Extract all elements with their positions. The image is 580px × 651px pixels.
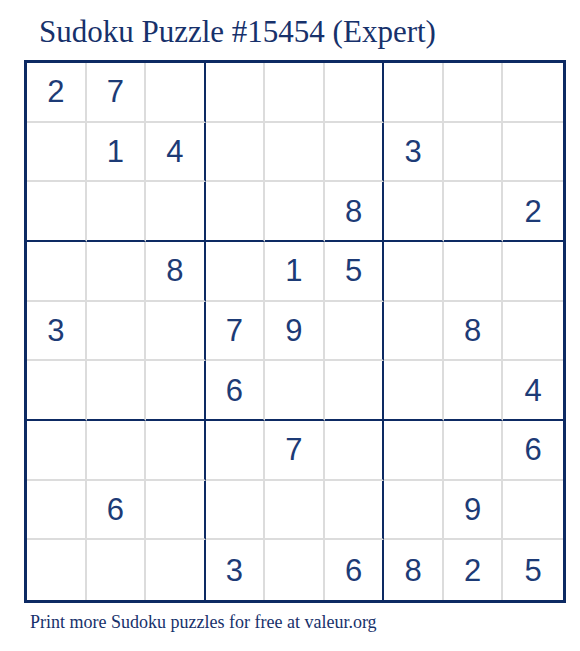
cell-r6c1[interactable] <box>27 361 87 421</box>
cell-r6c2[interactable] <box>87 361 147 421</box>
cell-r8c7[interactable] <box>384 481 444 541</box>
cell-r4c8[interactable] <box>444 242 504 302</box>
cell-r7c9[interactable]: 6 <box>503 421 563 481</box>
cell-r9c5[interactable] <box>265 540 325 600</box>
cell-r3c3[interactable] <box>146 182 206 242</box>
cell-r2c9[interactable] <box>503 123 563 183</box>
cell-r8c8[interactable]: 9 <box>444 481 504 541</box>
cell-r9c2[interactable] <box>87 540 147 600</box>
cell-r6c8[interactable] <box>444 361 504 421</box>
cell-r5c7[interactable] <box>384 302 444 362</box>
cell-r5c2[interactable] <box>87 302 147 362</box>
cell-r7c8[interactable] <box>444 421 504 481</box>
cell-r9c7[interactable]: 8 <box>384 540 444 600</box>
cell-r6c4[interactable]: 6 <box>206 361 266 421</box>
cell-r8c4[interactable] <box>206 481 266 541</box>
cell-r1c6[interactable] <box>325 63 385 123</box>
cell-r5c1[interactable]: 3 <box>27 302 87 362</box>
puzzle-title: Sudoku Puzzle #15454 (Expert) <box>39 14 436 50</box>
cell-r8c9[interactable] <box>503 481 563 541</box>
cell-r1c4[interactable] <box>206 63 266 123</box>
cell-r7c7[interactable] <box>384 421 444 481</box>
cell-r9c3[interactable] <box>146 540 206 600</box>
cell-r6c5[interactable] <box>265 361 325 421</box>
cell-r6c9[interactable]: 4 <box>503 361 563 421</box>
page: Sudoku Puzzle #15454 (Expert) 2714382815… <box>0 0 580 651</box>
cell-r3c5[interactable] <box>265 182 325 242</box>
cell-r2c8[interactable] <box>444 123 504 183</box>
cell-r4c2[interactable] <box>87 242 147 302</box>
cell-r7c6[interactable] <box>325 421 385 481</box>
cell-r6c3[interactable] <box>146 361 206 421</box>
cell-r2c3[interactable]: 4 <box>146 123 206 183</box>
cell-r8c3[interactable] <box>146 481 206 541</box>
cell-r3c1[interactable] <box>27 182 87 242</box>
cell-r9c1[interactable] <box>27 540 87 600</box>
cell-r9c6[interactable]: 6 <box>325 540 385 600</box>
cell-r7c2[interactable] <box>87 421 147 481</box>
cell-r1c8[interactable] <box>444 63 504 123</box>
cell-r5c8[interactable]: 8 <box>444 302 504 362</box>
cell-r4c6[interactable]: 5 <box>325 242 385 302</box>
cell-r8c5[interactable] <box>265 481 325 541</box>
cell-r3c6[interactable]: 8 <box>325 182 385 242</box>
cell-r7c4[interactable] <box>206 421 266 481</box>
footer-text: Print more Sudoku puzzles for free at va… <box>30 612 377 633</box>
cell-r9c8[interactable]: 2 <box>444 540 504 600</box>
cell-r1c9[interactable] <box>503 63 563 123</box>
cell-r1c7[interactable] <box>384 63 444 123</box>
cell-r5c9[interactable] <box>503 302 563 362</box>
cell-r6c7[interactable] <box>384 361 444 421</box>
cell-r1c3[interactable] <box>146 63 206 123</box>
cell-r5c3[interactable] <box>146 302 206 362</box>
cell-r3c4[interactable] <box>206 182 266 242</box>
cell-r2c7[interactable]: 3 <box>384 123 444 183</box>
cell-r7c5[interactable]: 7 <box>265 421 325 481</box>
cell-r4c9[interactable] <box>503 242 563 302</box>
cell-r5c4[interactable]: 7 <box>206 302 266 362</box>
cell-r4c7[interactable] <box>384 242 444 302</box>
cell-r5c6[interactable] <box>325 302 385 362</box>
cell-r2c5[interactable] <box>265 123 325 183</box>
cell-r2c1[interactable] <box>27 123 87 183</box>
cell-r4c4[interactable] <box>206 242 266 302</box>
cell-r4c3[interactable]: 8 <box>146 242 206 302</box>
cell-r7c3[interactable] <box>146 421 206 481</box>
cell-r3c7[interactable] <box>384 182 444 242</box>
cell-r4c1[interactable] <box>27 242 87 302</box>
cell-r8c2[interactable]: 6 <box>87 481 147 541</box>
cell-r1c1[interactable]: 2 <box>27 63 87 123</box>
cell-r5c5[interactable]: 9 <box>265 302 325 362</box>
cell-r7c1[interactable] <box>27 421 87 481</box>
cell-r2c4[interactable] <box>206 123 266 183</box>
cell-r3c8[interactable] <box>444 182 504 242</box>
cell-r3c2[interactable] <box>87 182 147 242</box>
cell-r1c5[interactable] <box>265 63 325 123</box>
cell-r1c2[interactable]: 7 <box>87 63 147 123</box>
cell-r2c6[interactable] <box>325 123 385 183</box>
cell-r3c9[interactable]: 2 <box>503 182 563 242</box>
cell-r2c2[interactable]: 1 <box>87 123 147 183</box>
cell-r8c6[interactable] <box>325 481 385 541</box>
sudoku-board: 2714382815379864766936825 <box>24 60 566 603</box>
cell-r9c9[interactable]: 5 <box>503 540 563 600</box>
cell-r9c4[interactable]: 3 <box>206 540 266 600</box>
cell-r8c1[interactable] <box>27 481 87 541</box>
cell-r4c5[interactable]: 1 <box>265 242 325 302</box>
cell-r6c6[interactable] <box>325 361 385 421</box>
